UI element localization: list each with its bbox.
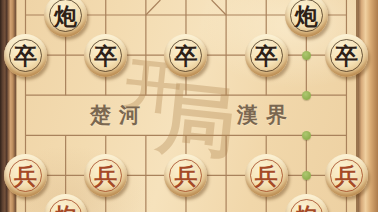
- piece-glyph: 炮: [295, 4, 318, 27]
- piece-red-soldier[interactable]: 兵: [245, 154, 288, 197]
- piece-glyph: 卒: [255, 44, 278, 67]
- piece-glyph: 兵: [255, 164, 278, 187]
- piece-glyph: 卒: [174, 44, 197, 67]
- piece-glyph: 炮: [54, 4, 77, 27]
- piece-glyph: 兵: [335, 164, 358, 187]
- move-hint-dot[interactable]: [302, 171, 311, 180]
- piece-black-cannon[interactable]: 炮: [285, 0, 328, 37]
- piece-red-soldier[interactable]: 兵: [325, 154, 368, 197]
- piece-black-soldier[interactable]: 卒: [164, 34, 207, 77]
- piece-glyph: 兵: [174, 164, 197, 187]
- piece-glyph: 兵: [14, 164, 37, 187]
- move-hint-dot[interactable]: [302, 51, 311, 60]
- piece-black-soldier[interactable]: 卒: [4, 34, 47, 77]
- piece-black-soldier[interactable]: 卒: [245, 34, 288, 77]
- piece-black-soldier[interactable]: 卒: [325, 34, 368, 77]
- piece-glyph: 卒: [335, 44, 358, 67]
- piece-black-soldier[interactable]: 卒: [84, 34, 127, 77]
- move-hint-dot[interactable]: [302, 131, 311, 140]
- river-label-han: 漢界: [229, 101, 295, 129]
- piece-red-soldier[interactable]: 兵: [4, 154, 47, 197]
- move-hint-dot[interactable]: [302, 91, 311, 100]
- piece-red-soldier[interactable]: 兵: [84, 154, 127, 197]
- piece-glyph: 卒: [94, 44, 117, 67]
- piece-glyph: 炮: [54, 204, 77, 212]
- river-label-chu: 楚河: [82, 101, 148, 129]
- xiangqi-board[interactable]: 开 局 楚河 漢界 炮炮卒卒卒卒卒兵兵兵兵兵炮炮: [0, 0, 378, 212]
- piece-glyph: 卒: [14, 44, 37, 67]
- piece-glyph: 兵: [94, 164, 117, 187]
- piece-glyph: 炮: [295, 204, 318, 212]
